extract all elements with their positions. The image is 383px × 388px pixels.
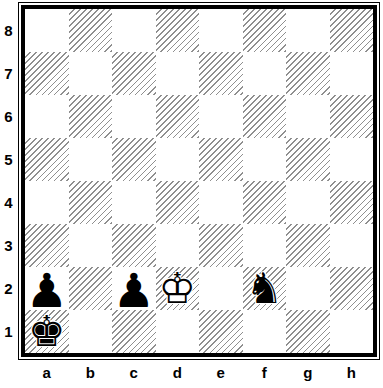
square-d6: [156, 95, 200, 138]
square-h7: [330, 52, 374, 95]
chess-diagram: 8 7 6 5 4 3 2 1 ♟♟♚♔♞♚ a b c d e f g h: [0, 0, 383, 388]
square-d4: [156, 181, 200, 224]
rank-label-8: 8: [0, 9, 17, 52]
square-b8: [69, 9, 113, 52]
square-c3: [112, 224, 156, 267]
square-c2: ♟: [112, 267, 156, 310]
piece-black-pawn-a2: ♟: [25, 267, 69, 310]
rank-label-7: 7: [0, 52, 17, 95]
square-f8: [243, 9, 287, 52]
file-label-f: f: [243, 361, 287, 385]
square-f5: [243, 138, 287, 181]
square-h6: [330, 95, 374, 138]
square-g7: [286, 52, 330, 95]
square-f3: [243, 224, 287, 267]
square-c5: [112, 138, 156, 181]
square-e1: [199, 310, 243, 353]
square-c6: [112, 95, 156, 138]
square-d2: ♚♔: [156, 267, 200, 310]
square-c7: [112, 52, 156, 95]
square-a1: ♚: [25, 310, 69, 353]
piece-white-king-d2: ♚♔: [156, 267, 200, 310]
rank-label-2: 2: [0, 267, 17, 310]
rank-label-5: 5: [0, 138, 17, 181]
square-b3: [69, 224, 113, 267]
square-a8: [25, 9, 69, 52]
square-h4: [330, 181, 374, 224]
square-a3: [25, 224, 69, 267]
square-a6: [25, 95, 69, 138]
rank-label-1: 1: [0, 310, 17, 353]
square-b7: [69, 52, 113, 95]
square-g6: [286, 95, 330, 138]
square-b4: [69, 181, 113, 224]
square-h3: [330, 224, 374, 267]
square-a7: [25, 52, 69, 95]
square-d7: [156, 52, 200, 95]
square-c4: [112, 181, 156, 224]
square-d3: [156, 224, 200, 267]
file-label-a: a: [25, 361, 69, 385]
square-f6: [243, 95, 287, 138]
piece-black-pawn-c2: ♟: [112, 267, 156, 310]
square-c1: [112, 310, 156, 353]
white-king-glyph: ♔: [158, 268, 196, 310]
black-king-glyph: ♚: [28, 311, 66, 353]
square-g1: [286, 310, 330, 353]
square-f7: [243, 52, 287, 95]
square-d1: [156, 310, 200, 353]
square-f1: [243, 310, 287, 353]
square-e7: [199, 52, 243, 95]
square-g5: [286, 138, 330, 181]
square-a4: [25, 181, 69, 224]
square-h8: [330, 9, 374, 52]
square-g8: [286, 9, 330, 52]
chess-board: ♟♟♚♔♞♚: [21, 5, 377, 357]
square-e8: [199, 9, 243, 52]
file-label-g: g: [286, 361, 330, 385]
file-label-e: e: [199, 361, 243, 385]
square-b2: [69, 267, 113, 310]
square-d5: [156, 138, 200, 181]
square-e3: [199, 224, 243, 267]
square-f2: ♞: [243, 267, 287, 310]
square-h2: [330, 267, 374, 310]
square-g4: [286, 181, 330, 224]
rank-label-3: 3: [0, 224, 17, 267]
square-a5: [25, 138, 69, 181]
square-f4: [243, 181, 287, 224]
file-label-c: c: [112, 361, 156, 385]
square-b1: [69, 310, 113, 353]
board-frame: ♟♟♚♔♞♚: [18, 2, 380, 360]
rank-labels: 8 7 6 5 4 3 2 1: [0, 9, 17, 353]
square-e6: [199, 95, 243, 138]
square-d8: [156, 9, 200, 52]
piece-black-knight-f2: ♞: [243, 267, 287, 310]
square-b6: [69, 95, 113, 138]
square-h1: [330, 310, 374, 353]
file-label-b: b: [69, 361, 113, 385]
file-label-h: h: [330, 361, 374, 385]
piece-black-king-a1: ♚: [25, 310, 69, 353]
square-b5: [69, 138, 113, 181]
rank-label-6: 6: [0, 95, 17, 138]
file-labels: a b c d e f g h: [25, 361, 373, 385]
square-e2: [199, 267, 243, 310]
square-g2: [286, 267, 330, 310]
square-e5: [199, 138, 243, 181]
square-e4: [199, 181, 243, 224]
square-g3: [286, 224, 330, 267]
square-h5: [330, 138, 374, 181]
file-label-d: d: [156, 361, 200, 385]
black-pawn-glyph: ♟: [113, 267, 155, 314]
rank-label-4: 4: [0, 181, 17, 224]
square-c8: [112, 9, 156, 52]
black-knight-glyph: ♞: [245, 268, 283, 310]
square-a2: ♟: [25, 267, 69, 310]
